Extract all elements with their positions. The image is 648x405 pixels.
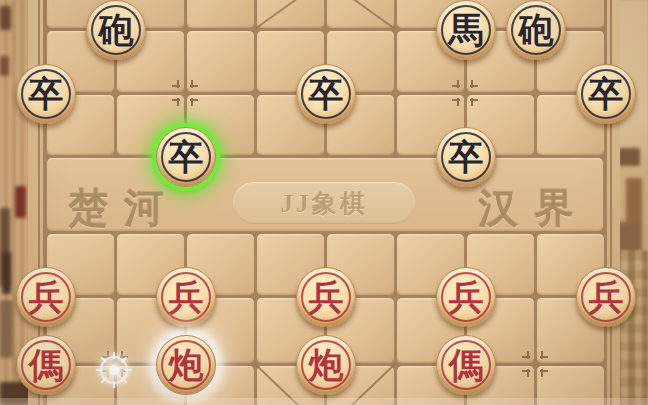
piece-red-soldier[interactable]: 兵	[576, 267, 636, 327]
piece-character: 卒	[309, 77, 344, 112]
piece-character: 傌	[29, 348, 64, 383]
piece-character: 砲	[519, 13, 554, 48]
piece-black-cannon[interactable]: 砲	[506, 0, 566, 60]
point-marker	[452, 80, 478, 106]
piece-character: 炮	[309, 348, 344, 383]
piece-black-soldier[interactable]: 卒	[436, 127, 496, 187]
piece-character: 傌	[449, 348, 484, 383]
board-frame-line-right	[610, 0, 612, 405]
last-move-origin-crosshair-icon	[95, 351, 133, 389]
piece-character: 兵	[309, 280, 344, 315]
piece-red-soldier[interactable]: 兵	[436, 267, 496, 327]
point-marker	[522, 351, 548, 377]
piece-character: 炮	[169, 348, 204, 383]
river-label-chu-he: 楚河	[68, 181, 180, 236]
piece-red-soldier[interactable]: 兵	[16, 267, 76, 327]
board-cell	[187, 0, 254, 28]
board-cell	[257, 0, 324, 28]
piece-red-horse[interactable]: 傌	[436, 335, 496, 395]
piece-red-horse[interactable]: 傌	[16, 335, 76, 395]
piece-character: 兵	[169, 280, 204, 315]
piece-black-soldier[interactable]: 卒	[156, 127, 216, 187]
bottom-light-band	[0, 398, 648, 405]
piece-character: 兵	[589, 280, 624, 315]
point-marker	[172, 80, 198, 106]
piece-black-soldier[interactable]: 卒	[576, 64, 636, 124]
piece-character: 兵	[29, 280, 64, 315]
piece-character: 卒	[589, 77, 624, 112]
piece-red-cannon[interactable]: 炮	[156, 335, 216, 395]
piece-character: 卒	[449, 140, 484, 175]
piece-character: 砲	[99, 13, 134, 48]
board-cell	[327, 0, 394, 28]
piece-red-soldier[interactable]: 兵	[156, 267, 216, 327]
piece-black-horse[interactable]: 馬	[436, 0, 496, 60]
piece-character: 馬	[449, 13, 484, 48]
piece-character: 卒	[169, 140, 204, 175]
piece-character: 兵	[449, 280, 484, 315]
piece-character: 卒	[29, 77, 64, 112]
river-label-han-jie: 汉界	[478, 181, 590, 236]
piece-black-cannon[interactable]: 砲	[86, 0, 146, 60]
piece-black-soldier[interactable]: 卒	[296, 64, 356, 124]
piece-red-cannon[interactable]: 炮	[296, 335, 356, 395]
piece-black-soldier[interactable]: 卒	[16, 64, 76, 124]
piece-red-soldier[interactable]: 兵	[296, 267, 356, 327]
app-logo-text: JJ象棋	[281, 187, 368, 220]
app-logo-pill: JJ象棋	[233, 182, 415, 224]
xiangqi-game-screen: 楚河 汉界 JJ象棋 砲馬砲卒卒卒卒卒兵兵兵兵兵傌炮炮傌	[0, 0, 648, 405]
